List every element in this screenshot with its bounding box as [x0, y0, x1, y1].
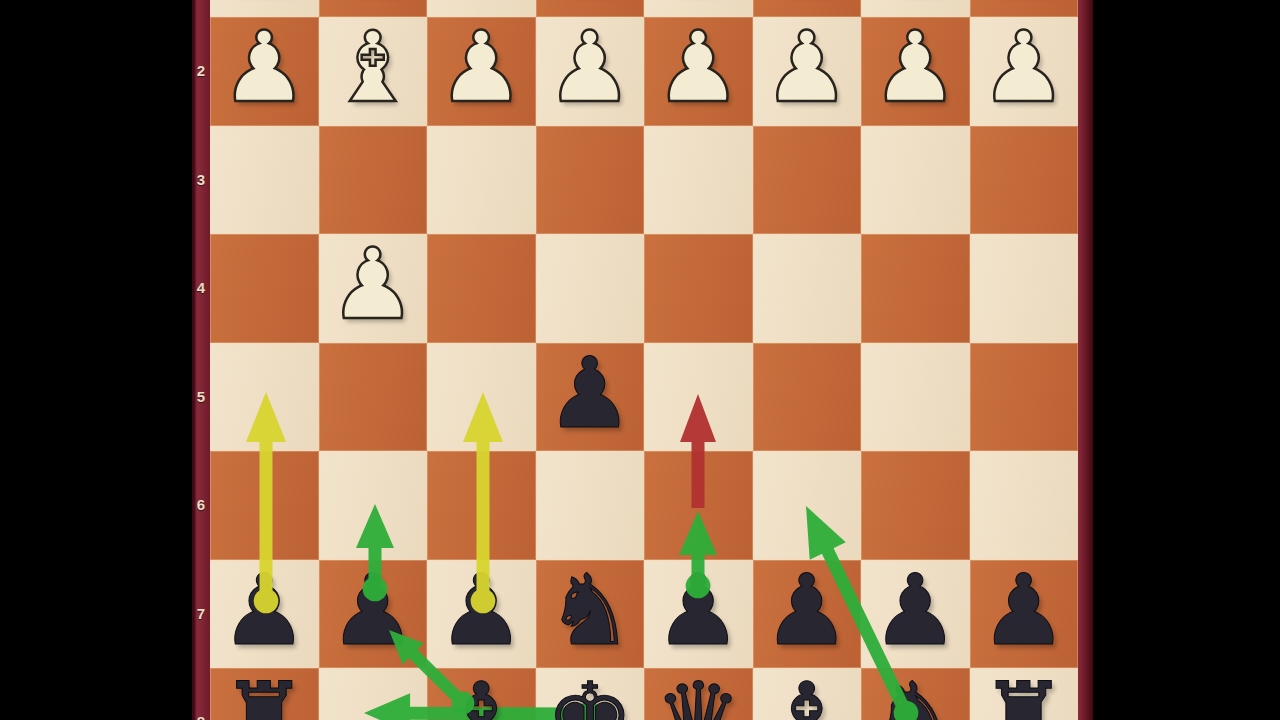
rank-label-5: 5	[192, 388, 210, 406]
square-c3[interactable]	[753, 126, 862, 235]
square-g7[interactable]	[319, 560, 428, 669]
square-d3[interactable]	[644, 126, 753, 235]
square-h7[interactable]	[210, 560, 319, 669]
square-a1[interactable]	[970, 0, 1079, 17]
square-f7[interactable]	[427, 560, 536, 669]
square-c7[interactable]	[753, 560, 862, 669]
square-e3[interactable]	[536, 126, 645, 235]
square-g5[interactable]	[319, 343, 428, 452]
square-f3[interactable]	[427, 126, 536, 235]
square-h2[interactable]	[210, 17, 319, 126]
square-h3[interactable]	[210, 126, 319, 235]
square-g4[interactable]	[319, 234, 428, 343]
square-b8[interactable]	[861, 668, 970, 720]
square-a4[interactable]	[970, 234, 1079, 343]
square-h4[interactable]	[210, 234, 319, 343]
rank-label-8: 8	[192, 713, 210, 720]
square-a8[interactable]	[970, 668, 1079, 720]
chess-board	[210, 0, 1078, 720]
square-e2[interactable]	[536, 17, 645, 126]
square-b2[interactable]	[861, 17, 970, 126]
square-c1[interactable]	[753, 0, 862, 17]
square-f2[interactable]	[427, 17, 536, 126]
square-b4[interactable]	[861, 234, 970, 343]
square-e8[interactable]	[536, 668, 645, 720]
square-f1[interactable]	[427, 0, 536, 17]
square-a6[interactable]	[970, 451, 1079, 560]
square-f8[interactable]	[427, 668, 536, 720]
square-c8[interactable]	[753, 668, 862, 720]
square-f4[interactable]	[427, 234, 536, 343]
square-g3[interactable]	[319, 126, 428, 235]
square-b7[interactable]	[861, 560, 970, 669]
square-a2[interactable]	[970, 17, 1079, 126]
square-b6[interactable]	[861, 451, 970, 560]
square-d6[interactable]	[644, 451, 753, 560]
square-h8[interactable]	[210, 668, 319, 720]
square-c4[interactable]	[753, 234, 862, 343]
square-c2[interactable]	[753, 17, 862, 126]
square-d5[interactable]	[644, 343, 753, 452]
square-a3[interactable]	[970, 126, 1079, 235]
square-g1[interactable]	[319, 0, 428, 17]
square-d2[interactable]	[644, 17, 753, 126]
square-b5[interactable]	[861, 343, 970, 452]
square-g6[interactable]	[319, 451, 428, 560]
square-e7[interactable]	[536, 560, 645, 669]
square-a5[interactable]	[970, 343, 1079, 452]
rank-label-7: 7	[192, 605, 210, 623]
square-d7[interactable]	[644, 560, 753, 669]
square-f6[interactable]	[427, 451, 536, 560]
square-g8[interactable]	[319, 668, 428, 720]
rank-label-6: 6	[192, 496, 210, 514]
square-c5[interactable]	[753, 343, 862, 452]
rank-label-4: 4	[192, 279, 210, 297]
square-c6[interactable]	[753, 451, 862, 560]
rank-label-3: 3	[192, 171, 210, 189]
square-e1[interactable]	[536, 0, 645, 17]
video-frame: ♜♞♚♛♝♞♜♟♝♟♟♟♟♟♟♟♟♟♟♟♞♟♟♟♟♜♝♚♛♝♞♜ 1234567…	[0, 0, 1280, 720]
square-e4[interactable]	[536, 234, 645, 343]
square-d1[interactable]	[644, 0, 753, 17]
rank-label-2: 2	[192, 62, 210, 80]
square-d4[interactable]	[644, 234, 753, 343]
square-b3[interactable]	[861, 126, 970, 235]
square-d8[interactable]	[644, 668, 753, 720]
square-e6[interactable]	[536, 451, 645, 560]
square-a7[interactable]	[970, 560, 1079, 669]
square-g2[interactable]	[319, 17, 428, 126]
square-h1[interactable]	[210, 0, 319, 17]
square-e5[interactable]	[536, 343, 645, 452]
square-h6[interactable]	[210, 451, 319, 560]
board-frame-right-edge	[1078, 0, 1093, 720]
square-b1[interactable]	[861, 0, 970, 17]
square-f5[interactable]	[427, 343, 536, 452]
square-h5[interactable]	[210, 343, 319, 452]
